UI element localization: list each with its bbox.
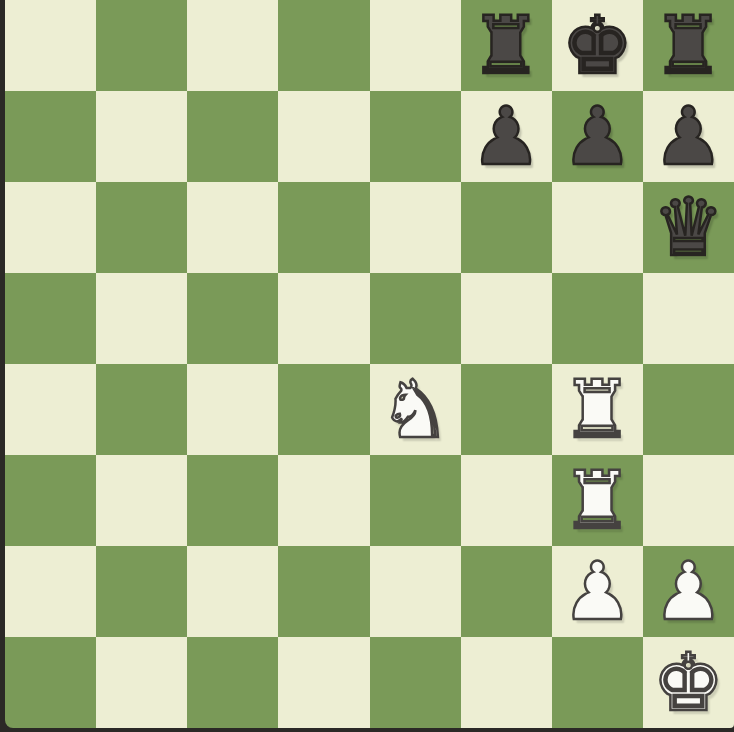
square-h7[interactable]: ♟: [643, 91, 734, 182]
square-h8[interactable]: ♜: [643, 0, 734, 91]
white-rook[interactable]: ♜: [561, 461, 633, 541]
square-d8[interactable]: [278, 0, 369, 91]
square-g5[interactable]: [552, 273, 643, 364]
square-f4[interactable]: [461, 364, 552, 455]
square-a8[interactable]: [5, 0, 96, 91]
black-king[interactable]: ♚: [561, 6, 633, 86]
square-a7[interactable]: [5, 91, 96, 182]
square-d7[interactable]: [278, 91, 369, 182]
square-f3[interactable]: [461, 455, 552, 546]
square-c2[interactable]: [187, 546, 278, 637]
square-c3[interactable]: [187, 455, 278, 546]
square-f1[interactable]: [461, 637, 552, 728]
chess-board: ♜♚♜♟♟♟♛♞♜♜♟♟♚: [5, 0, 734, 728]
square-h4[interactable]: [643, 364, 734, 455]
square-b7[interactable]: [96, 91, 187, 182]
square-c1[interactable]: [187, 637, 278, 728]
square-d1[interactable]: [278, 637, 369, 728]
square-g2[interactable]: ♟: [552, 546, 643, 637]
square-e6[interactable]: [370, 182, 461, 273]
white-pawn[interactable]: ♟: [561, 552, 633, 632]
square-d4[interactable]: [278, 364, 369, 455]
white-knight[interactable]: ♞: [379, 370, 451, 450]
square-a2[interactable]: [5, 546, 96, 637]
white-rook[interactable]: ♜: [561, 370, 633, 450]
square-e5[interactable]: [370, 273, 461, 364]
square-c6[interactable]: [187, 182, 278, 273]
square-d5[interactable]: [278, 273, 369, 364]
square-b8[interactable]: [96, 0, 187, 91]
square-h3[interactable]: [643, 455, 734, 546]
square-a4[interactable]: [5, 364, 96, 455]
square-d6[interactable]: [278, 182, 369, 273]
square-a6[interactable]: [5, 182, 96, 273]
black-pawn[interactable]: ♟: [653, 97, 725, 177]
board-frame: ♜♚♜♟♟♟♛♞♜♜♟♟♚: [0, 0, 734, 732]
square-f5[interactable]: [461, 273, 552, 364]
square-g4[interactable]: ♜: [552, 364, 643, 455]
square-f7[interactable]: ♟: [461, 91, 552, 182]
square-e8[interactable]: [370, 0, 461, 91]
square-h5[interactable]: [643, 273, 734, 364]
square-e1[interactable]: [370, 637, 461, 728]
square-b6[interactable]: [96, 182, 187, 273]
square-e4[interactable]: ♞: [370, 364, 461, 455]
square-b3[interactable]: [96, 455, 187, 546]
white-pawn[interactable]: ♟: [653, 552, 725, 632]
white-king[interactable]: ♚: [653, 643, 725, 723]
square-b2[interactable]: [96, 546, 187, 637]
square-g1[interactable]: [552, 637, 643, 728]
square-h1[interactable]: ♚: [643, 637, 734, 728]
square-h2[interactable]: ♟: [643, 546, 734, 637]
square-a3[interactable]: [5, 455, 96, 546]
square-e2[interactable]: [370, 546, 461, 637]
square-d2[interactable]: [278, 546, 369, 637]
square-g8[interactable]: ♚: [552, 0, 643, 91]
black-rook[interactable]: ♜: [653, 6, 725, 86]
square-h6[interactable]: ♛: [643, 182, 734, 273]
square-f8[interactable]: ♜: [461, 0, 552, 91]
black-pawn[interactable]: ♟: [470, 97, 542, 177]
square-c5[interactable]: [187, 273, 278, 364]
square-g3[interactable]: ♜: [552, 455, 643, 546]
square-c7[interactable]: [187, 91, 278, 182]
square-g7[interactable]: ♟: [552, 91, 643, 182]
square-b5[interactable]: [96, 273, 187, 364]
square-a1[interactable]: [5, 637, 96, 728]
black-pawn[interactable]: ♟: [561, 97, 633, 177]
square-b1[interactable]: [96, 637, 187, 728]
square-c8[interactable]: [187, 0, 278, 91]
square-f2[interactable]: [461, 546, 552, 637]
black-queen[interactable]: ♛: [653, 188, 725, 268]
square-a5[interactable]: [5, 273, 96, 364]
square-g6[interactable]: [552, 182, 643, 273]
square-e3[interactable]: [370, 455, 461, 546]
square-b4[interactable]: [96, 364, 187, 455]
black-rook[interactable]: ♜: [470, 6, 542, 86]
square-c4[interactable]: [187, 364, 278, 455]
square-f6[interactable]: [461, 182, 552, 273]
square-e7[interactable]: [370, 91, 461, 182]
square-d3[interactable]: [278, 455, 369, 546]
